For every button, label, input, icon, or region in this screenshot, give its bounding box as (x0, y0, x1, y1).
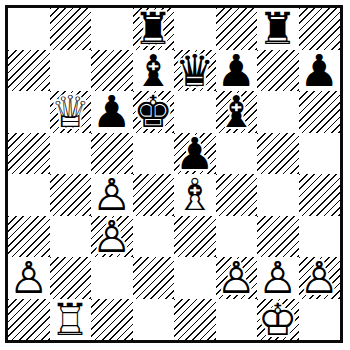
black-pawn-piece: ♟ (216, 50, 258, 92)
square-a7[interactable] (8, 50, 50, 92)
square-h2[interactable]: ♟♙ (299, 257, 341, 299)
square-d2[interactable] (133, 257, 175, 299)
square-a1[interactable] (8, 299, 50, 341)
black-bishop-piece: ♝ (216, 91, 258, 133)
square-e8[interactable] (174, 8, 216, 50)
black-bishop-piece: ♝ (133, 50, 175, 92)
black-pawn-piece: ♟ (299, 50, 341, 92)
square-a5[interactable] (8, 133, 50, 175)
piece-outline-layer: ♙ (217, 252, 256, 303)
square-d7[interactable]: ♝ (133, 50, 175, 92)
piece-outline-layer: ♙ (9, 252, 48, 303)
square-h1[interactable] (299, 299, 341, 341)
square-d3[interactable] (133, 216, 175, 258)
square-b6[interactable]: ♛♕ (50, 91, 92, 133)
square-g8[interactable]: ♜ (257, 8, 299, 50)
square-h3[interactable] (299, 216, 341, 258)
square-c5[interactable] (91, 133, 133, 175)
piece-outline-layer: ♗ (175, 169, 214, 220)
square-g2[interactable]: ♟♙ (257, 257, 299, 299)
square-g4[interactable] (257, 174, 299, 216)
square-e5[interactable]: ♟ (174, 133, 216, 175)
white-pawn-piece: ♟♙ (8, 257, 50, 299)
square-e6[interactable] (174, 91, 216, 133)
square-g1[interactable]: ♚♔ (257, 299, 299, 341)
square-a4[interactable] (8, 174, 50, 216)
square-f7[interactable]: ♟ (216, 50, 258, 92)
white-rook-piece: ♜♖ (50, 299, 92, 341)
square-d8[interactable]: ♜ (133, 8, 175, 50)
square-h7[interactable]: ♟ (299, 50, 341, 92)
black-pawn-piece: ♟ (174, 133, 216, 175)
black-rook-piece: ♜ (133, 8, 175, 50)
white-bishop-piece: ♝♗ (174, 174, 216, 216)
square-b7[interactable] (50, 50, 92, 92)
square-c2[interactable] (91, 257, 133, 299)
square-f4[interactable] (216, 174, 258, 216)
square-g5[interactable] (257, 133, 299, 175)
square-b1[interactable]: ♜♖ (50, 299, 92, 341)
piece-outline-layer: ♕ (51, 86, 90, 137)
square-b4[interactable] (50, 174, 92, 216)
square-e3[interactable] (174, 216, 216, 258)
white-pawn-piece: ♟♙ (216, 257, 258, 299)
chess-diagram: ♜♜♝♛♟♟♛♕♟♚♝♟♟♙♝♗♟♙♟♙♟♙♟♙♟♙♜♖♚♔ (0, 0, 350, 350)
piece-outline-layer: ♙ (92, 211, 131, 262)
square-h6[interactable] (299, 91, 341, 133)
square-c7[interactable] (91, 50, 133, 92)
piece-outline-layer: ♙ (300, 252, 339, 303)
square-d1[interactable] (133, 299, 175, 341)
chess-board: ♜♜♝♛♟♟♛♕♟♚♝♟♟♙♝♗♟♙♟♙♟♙♟♙♟♙♜♖♚♔ (8, 8, 340, 340)
square-f1[interactable] (216, 299, 258, 341)
square-c6[interactable]: ♟ (91, 91, 133, 133)
square-d6[interactable]: ♚ (133, 91, 175, 133)
white-pawn-piece: ♟♙ (91, 174, 133, 216)
square-e2[interactable] (174, 257, 216, 299)
piece-outline-layer: ♖ (51, 294, 90, 345)
square-e7[interactable]: ♛ (174, 50, 216, 92)
square-a6[interactable] (8, 91, 50, 133)
square-e1[interactable] (174, 299, 216, 341)
square-c1[interactable] (91, 299, 133, 341)
square-f6[interactable]: ♝ (216, 91, 258, 133)
piece-outline-layer: ♔ (258, 294, 297, 345)
white-queen-piece: ♛♕ (50, 91, 92, 133)
square-a8[interactable] (8, 8, 50, 50)
board-frame: ♜♜♝♛♟♟♛♕♟♚♝♟♟♙♝♗♟♙♟♙♟♙♟♙♟♙♜♖♚♔ (5, 5, 343, 343)
white-king-piece: ♚♔ (257, 299, 299, 341)
square-g6[interactable] (257, 91, 299, 133)
square-b8[interactable] (50, 8, 92, 50)
white-pawn-piece: ♟♙ (91, 216, 133, 258)
black-rook-piece: ♜ (257, 8, 299, 50)
square-g3[interactable] (257, 216, 299, 258)
square-f3[interactable] (216, 216, 258, 258)
square-e4[interactable]: ♝♗ (174, 174, 216, 216)
square-c3[interactable]: ♟♙ (91, 216, 133, 258)
white-pawn-piece: ♟♙ (299, 257, 341, 299)
white-pawn-piece: ♟♙ (257, 257, 299, 299)
square-c4[interactable]: ♟♙ (91, 174, 133, 216)
square-c8[interactable] (91, 8, 133, 50)
square-h8[interactable] (299, 8, 341, 50)
black-king-piece: ♚ (133, 91, 175, 133)
square-h5[interactable] (299, 133, 341, 175)
black-queen-piece: ♛ (174, 50, 216, 92)
square-h4[interactable] (299, 174, 341, 216)
square-f8[interactable] (216, 8, 258, 50)
square-d5[interactable] (133, 133, 175, 175)
square-f5[interactable] (216, 133, 258, 175)
square-b3[interactable] (50, 216, 92, 258)
square-a3[interactable] (8, 216, 50, 258)
square-f2[interactable]: ♟♙ (216, 257, 258, 299)
black-pawn-piece: ♟ (91, 91, 133, 133)
square-g7[interactable] (257, 50, 299, 92)
square-a2[interactable]: ♟♙ (8, 257, 50, 299)
square-d4[interactable] (133, 174, 175, 216)
square-b5[interactable] (50, 133, 92, 175)
square-b2[interactable] (50, 257, 92, 299)
